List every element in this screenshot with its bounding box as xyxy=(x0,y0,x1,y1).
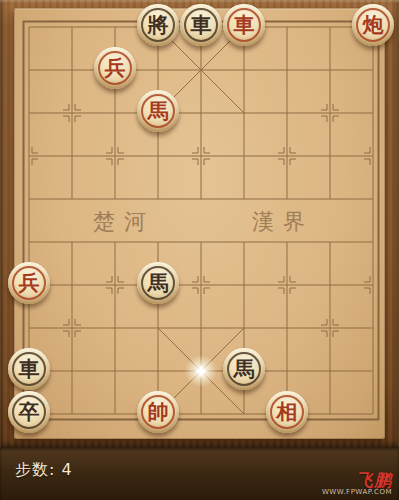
piece-character: 卒 xyxy=(19,401,40,422)
piece-character: 相 xyxy=(277,401,298,422)
piece-character: 馬 xyxy=(148,100,169,121)
piece-black-chariot[interactable]: 車 xyxy=(8,348,50,390)
piece-black-chariot[interactable]: 車 xyxy=(180,4,222,46)
piece-red-soldier[interactable]: 兵 xyxy=(8,262,50,304)
piece-red-cannon[interactable]: 炮 xyxy=(352,4,394,46)
piece-black-horse[interactable]: 馬 xyxy=(223,348,265,390)
piece-red-chariot[interactable]: 車 xyxy=(223,4,265,46)
piece-red-general[interactable]: 帥 xyxy=(137,391,179,433)
piece-character: 車 xyxy=(191,14,212,35)
pieces-layer: 將車車炮兵馬兵馬車馬卒帥相 xyxy=(0,0,399,447)
piece-character: 將 xyxy=(148,14,169,35)
piece-character: 車 xyxy=(234,14,255,35)
piece-character: 車 xyxy=(19,358,40,379)
piece-character: 兵 xyxy=(19,272,40,293)
piece-red-soldier[interactable]: 兵 xyxy=(94,47,136,89)
piece-black-general[interactable]: 將 xyxy=(137,4,179,46)
xiangqi-app-window: 楚河 漢界 將車車炮兵馬兵馬車馬卒帥相 步数: 4 飞鹏 WWW.FPWAP.C… xyxy=(0,0,399,500)
piece-red-horse[interactable]: 馬 xyxy=(137,90,179,132)
piece-character: 馬 xyxy=(234,358,255,379)
watermark: 飞鹏 WWW.FPWAP.COM xyxy=(322,471,392,497)
piece-character: 兵 xyxy=(105,57,126,78)
move-count-label: 步数: 4 xyxy=(0,460,73,487)
piece-red-elephant[interactable]: 相 xyxy=(266,391,308,433)
watermark-url: WWW.FPWAP.COM xyxy=(322,489,392,497)
piece-character: 馬 xyxy=(148,272,169,293)
piece-black-soldier[interactable]: 卒 xyxy=(8,391,50,433)
watermark-logo: 飞鹏 xyxy=(322,471,392,490)
piece-black-horse[interactable]: 馬 xyxy=(137,262,179,304)
piece-character: 炮 xyxy=(363,14,384,35)
piece-character: 帥 xyxy=(148,401,169,422)
